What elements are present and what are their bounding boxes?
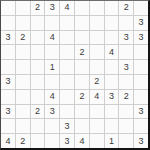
empty-cell-r4c9[interactable] xyxy=(119,45,133,59)
empty-cell-r6c9[interactable] xyxy=(119,75,133,89)
clue-cell-r1c9: 2 xyxy=(119,1,133,15)
empty-cell-r4c1[interactable] xyxy=(1,45,15,59)
empty-cell-r1c10[interactable] xyxy=(134,1,148,15)
empty-cell-r2c7[interactable] xyxy=(90,16,104,30)
empty-cell-r8c8[interactable] xyxy=(105,105,119,119)
empty-cell-r4c2[interactable] xyxy=(16,45,30,59)
empty-cell-r8c6[interactable] xyxy=(75,105,89,119)
clue-cell-r10c5: 3 xyxy=(60,134,74,148)
empty-cell-r1c6[interactable] xyxy=(75,1,89,15)
empty-cell-r6c10[interactable] xyxy=(134,75,148,89)
empty-cell-r6c8[interactable] xyxy=(105,75,119,89)
clue-cell-r3c1: 3 xyxy=(1,31,15,45)
empty-cell-r3c6[interactable] xyxy=(75,31,89,45)
clue-cell-r8c10: 3 xyxy=(134,105,148,119)
clue-cell-r1c3: 2 xyxy=(31,1,45,15)
clue-cell-r3c10: 3 xyxy=(134,31,148,45)
clue-cell-r3c4: 4 xyxy=(45,31,59,45)
empty-cell-r7c10[interactable] xyxy=(134,90,148,104)
empty-cell-r3c7[interactable] xyxy=(90,31,104,45)
empty-cell-r10c7[interactable] xyxy=(90,134,104,148)
empty-cell-r5c1[interactable] xyxy=(1,60,15,74)
clue-cell-r7c8: 3 xyxy=(105,90,119,104)
puzzle-grid: 23423324332413324243232333423413 xyxy=(1,1,148,148)
empty-cell-r2c4[interactable] xyxy=(45,16,59,30)
clue-cell-r2c10: 3 xyxy=(134,16,148,30)
clue-cell-r8c4: 3 xyxy=(45,105,59,119)
clue-cell-r1c5: 4 xyxy=(60,1,74,15)
empty-cell-r3c3[interactable] xyxy=(31,31,45,45)
empty-cell-r8c7[interactable] xyxy=(90,105,104,119)
empty-cell-r6c3[interactable] xyxy=(31,75,45,89)
clue-cell-r6c1: 3 xyxy=(1,75,15,89)
empty-cell-r6c4[interactable] xyxy=(45,75,59,89)
empty-cell-r3c5[interactable] xyxy=(60,31,74,45)
empty-cell-r9c4[interactable] xyxy=(45,119,59,133)
empty-cell-r8c2[interactable] xyxy=(16,105,30,119)
empty-cell-r10c4[interactable] xyxy=(45,134,59,148)
empty-cell-r6c5[interactable] xyxy=(60,75,74,89)
empty-cell-r2c2[interactable] xyxy=(16,16,30,30)
empty-cell-r5c8[interactable] xyxy=(105,60,119,74)
empty-cell-r9c7[interactable] xyxy=(90,119,104,133)
clue-cell-r10c10: 3 xyxy=(134,134,148,148)
empty-cell-r9c3[interactable] xyxy=(31,119,45,133)
empty-cell-r5c7[interactable] xyxy=(90,60,104,74)
empty-cell-r5c6[interactable] xyxy=(75,60,89,74)
empty-cell-r2c5[interactable] xyxy=(60,16,74,30)
clue-cell-r8c3: 2 xyxy=(31,105,45,119)
empty-cell-r4c7[interactable] xyxy=(90,45,104,59)
empty-cell-r4c5[interactable] xyxy=(60,45,74,59)
clue-cell-r4c8: 4 xyxy=(105,45,119,59)
empty-cell-r9c1[interactable] xyxy=(1,119,15,133)
clue-cell-r5c4: 1 xyxy=(45,60,59,74)
clue-cell-r7c7: 4 xyxy=(90,90,104,104)
clue-cell-r4c6: 2 xyxy=(75,45,89,59)
empty-cell-r1c7[interactable] xyxy=(90,1,104,15)
empty-cell-r1c1[interactable] xyxy=(1,1,15,15)
empty-cell-r4c3[interactable] xyxy=(31,45,45,59)
empty-cell-r2c3[interactable] xyxy=(31,16,45,30)
clue-cell-r9c5: 3 xyxy=(60,119,74,133)
empty-cell-r5c10[interactable] xyxy=(134,60,148,74)
clue-cell-r10c1: 4 xyxy=(1,134,15,148)
clue-cell-r10c6: 4 xyxy=(75,134,89,148)
clue-cell-r10c2: 2 xyxy=(16,134,30,148)
empty-cell-r7c5[interactable] xyxy=(60,90,74,104)
clue-cell-r3c9: 3 xyxy=(119,31,133,45)
clue-cell-r7c6: 2 xyxy=(75,90,89,104)
clue-cell-r7c4: 4 xyxy=(45,90,59,104)
empty-cell-r10c9[interactable] xyxy=(119,134,133,148)
clue-cell-r5c9: 3 xyxy=(119,60,133,74)
clue-cell-r7c9: 2 xyxy=(119,90,133,104)
empty-cell-r7c1[interactable] xyxy=(1,90,15,104)
empty-cell-r4c4[interactable] xyxy=(45,45,59,59)
empty-cell-r4c10[interactable] xyxy=(134,45,148,59)
empty-cell-r9c8[interactable] xyxy=(105,119,119,133)
clue-cell-r6c7: 2 xyxy=(90,75,104,89)
empty-cell-r9c2[interactable] xyxy=(16,119,30,133)
empty-cell-r6c6[interactable] xyxy=(75,75,89,89)
empty-cell-r8c9[interactable] xyxy=(119,105,133,119)
empty-cell-r3c8[interactable] xyxy=(105,31,119,45)
empty-cell-r10c3[interactable] xyxy=(31,134,45,148)
empty-cell-r6c2[interactable] xyxy=(16,75,30,89)
puzzle-board: 23423324332413324243232333423413 xyxy=(0,0,150,150)
empty-cell-r7c2[interactable] xyxy=(16,90,30,104)
empty-cell-r7c3[interactable] xyxy=(31,90,45,104)
clue-cell-r1c4: 3 xyxy=(45,1,59,15)
clue-cell-r10c8: 1 xyxy=(105,134,119,148)
empty-cell-r5c3[interactable] xyxy=(31,60,45,74)
empty-cell-r2c1[interactable] xyxy=(1,16,15,30)
empty-cell-r9c9[interactable] xyxy=(119,119,133,133)
empty-cell-r8c5[interactable] xyxy=(60,105,74,119)
empty-cell-r1c8[interactable] xyxy=(105,1,119,15)
empty-cell-r9c10[interactable] xyxy=(134,119,148,133)
clue-cell-r3c2: 2 xyxy=(16,31,30,45)
clue-cell-r8c1: 3 xyxy=(1,105,15,119)
empty-cell-r2c9[interactable] xyxy=(119,16,133,30)
empty-cell-r9c6[interactable] xyxy=(75,119,89,133)
empty-cell-r2c6[interactable] xyxy=(75,16,89,30)
empty-cell-r5c2[interactable] xyxy=(16,60,30,74)
empty-cell-r1c2[interactable] xyxy=(16,1,30,15)
empty-cell-r5c5[interactable] xyxy=(60,60,74,74)
empty-cell-r2c8[interactable] xyxy=(105,16,119,30)
